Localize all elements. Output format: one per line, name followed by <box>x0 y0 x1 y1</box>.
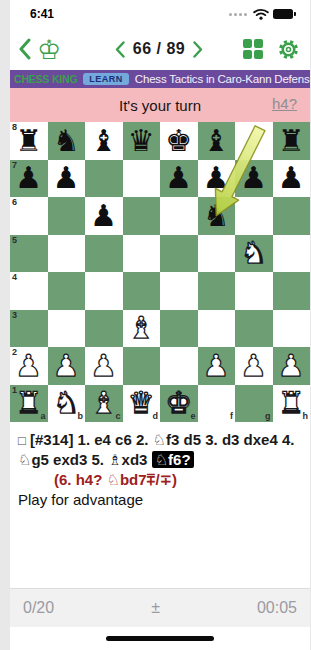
back-button[interactable] <box>18 38 31 60</box>
piece-white-bishop: ♝ <box>123 310 161 348</box>
score-progress: 0/20 <box>23 599 54 617</box>
square-e7[interactable]: ♟ <box>160 160 198 198</box>
square-a8[interactable]: 8♜ <box>10 122 48 160</box>
square-c5[interactable] <box>85 235 123 273</box>
square-d5[interactable] <box>123 235 161 273</box>
piece-white-king: ♚ <box>160 385 198 423</box>
square-f7[interactable]: ♟ <box>198 160 236 198</box>
piece-black-pawn: ♟ <box>198 160 236 198</box>
piece-white-queen: ♛ <box>123 385 161 423</box>
piece-black-pawn: ♟ <box>235 160 273 198</box>
piece-black-rook: ♜ <box>10 122 48 160</box>
previous-puzzle-button[interactable] <box>115 41 125 58</box>
square-f5[interactable] <box>198 235 236 273</box>
square-h1[interactable]: h♜ <box>273 385 311 423</box>
square-a1[interactable]: 1a♜ <box>10 385 48 423</box>
square-g7[interactable]: ♟ <box>235 160 273 198</box>
white-to-move-indicator: □ <box>18 433 26 448</box>
square-h7[interactable]: ♟ <box>273 160 311 198</box>
square-b7[interactable]: ♟ <box>48 160 86 198</box>
square-f8[interactable]: ♝ <box>198 122 236 160</box>
square-f3[interactable] <box>198 310 236 348</box>
gear-icon <box>277 38 300 61</box>
notation-panel: □ [#314] 1. e4 c6 2. ♘f3 d5 3. d3 dxe4 4… <box>10 422 310 509</box>
square-d6[interactable] <box>123 197 161 235</box>
brand-name: CHESS KING <box>14 73 77 85</box>
square-e8[interactable]: ♚ <box>160 122 198 160</box>
home-indicator-area <box>10 627 310 650</box>
square-h2[interactable]: ♟ <box>273 347 311 385</box>
square-a7[interactable]: 7♟ <box>10 160 48 198</box>
evaluation-symbol: ± <box>151 599 160 617</box>
piece-black-queen: ♛ <box>123 122 161 160</box>
square-a3[interactable]: 3 <box>10 310 48 348</box>
square-b6[interactable] <box>48 197 86 235</box>
square-c3[interactable] <box>85 310 123 348</box>
cellular-signal-icon <box>229 13 247 16</box>
square-a6[interactable]: 6 <box>10 197 48 235</box>
battery-icon <box>273 9 296 19</box>
square-d8[interactable]: ♛ <box>123 122 161 160</box>
file-label: g <box>265 412 271 421</box>
piece-black-bishop: ♝ <box>85 122 123 160</box>
rank-label: 5 <box>12 236 17 245</box>
piece-black-rook: ♜ <box>273 122 311 160</box>
chevron-left-icon <box>18 38 31 60</box>
square-b4[interactable] <box>48 272 86 310</box>
home-indicator[interactable] <box>106 636 214 641</box>
piece-white-knight: ♞ <box>48 385 86 423</box>
square-b2[interactable]: ♟ <box>48 347 86 385</box>
square-g8[interactable] <box>235 122 273 160</box>
square-e5[interactable] <box>160 235 198 273</box>
bottom-toolbar: 0/20 ± 00:05 <box>10 588 310 627</box>
square-e6[interactable] <box>160 197 198 235</box>
square-a2[interactable]: 2♟ <box>10 347 48 385</box>
learn-badge: LEARN <box>83 73 129 85</box>
piece-white-knight: ♞ <box>235 235 273 273</box>
piece-black-knight: ♞ <box>48 122 86 160</box>
piece-white-bishop: ♝ <box>85 385 123 423</box>
elapsed-timer: 00:05 <box>257 599 297 617</box>
variation-line: (6. h4? ♘bd7⩱/∓) <box>54 470 302 489</box>
square-b3[interactable] <box>48 310 86 348</box>
square-f1[interactable]: f <box>198 385 236 423</box>
square-g3[interactable] <box>235 310 273 348</box>
square-c7[interactable] <box>85 160 123 198</box>
square-g1[interactable]: g <box>235 385 273 423</box>
turn-prompt-bar: It's your turn h4? <box>10 88 310 122</box>
square-e3[interactable] <box>160 310 198 348</box>
square-b1[interactable]: b♞ <box>48 385 86 423</box>
square-e1[interactable]: e♚ <box>160 385 198 423</box>
square-h5[interactable] <box>273 235 311 273</box>
piece-black-knight: ♞ <box>198 197 236 235</box>
chevron-left-icon <box>115 41 125 58</box>
piece-black-pawn: ♟ <box>160 160 198 198</box>
piece-white-rook: ♜ <box>273 385 311 423</box>
square-c1[interactable]: c♝ <box>85 385 123 423</box>
square-f4[interactable] <box>198 272 236 310</box>
rank-label: 6 <box>12 198 17 207</box>
wifi-icon <box>253 8 269 20</box>
square-e2[interactable] <box>160 347 198 385</box>
turn-prompt-text: It's your turn <box>119 97 201 114</box>
move-list: □ [#314] 1. e4 c6 2. ♘f3 d5 3. d3 dxe4 4… <box>18 430 302 469</box>
puzzle-counter: 66 / 89 <box>133 40 185 58</box>
square-e4[interactable] <box>160 272 198 310</box>
piece-black-pawn: ♟ <box>273 160 311 198</box>
square-h3[interactable] <box>273 310 311 348</box>
grid-icon <box>243 39 264 60</box>
task-instruction: Play for advantage <box>18 490 302 509</box>
piece-white-rook: ♜ <box>10 385 48 423</box>
file-label: f <box>230 412 233 421</box>
square-b5[interactable] <box>48 235 86 273</box>
chevron-right-icon <box>193 41 203 58</box>
clock-time: 6:41 <box>30 7 54 21</box>
piece-white-pawn: ♟ <box>10 347 48 385</box>
square-d2[interactable] <box>123 347 161 385</box>
settings-button[interactable] <box>277 38 300 61</box>
status-bar: 6:41 <box>10 0 310 28</box>
piece-white-pawn: ♟ <box>273 347 311 385</box>
square-h6[interactable] <box>273 197 311 235</box>
square-h4[interactable] <box>273 272 311 310</box>
piece-black-bishop: ♝ <box>198 122 236 160</box>
puzzle-list-button[interactable] <box>243 39 264 60</box>
square-d1[interactable]: d♛ <box>123 385 161 423</box>
piece-black-pawn: ♟ <box>10 160 48 198</box>
square-d4[interactable] <box>123 272 161 310</box>
hint-move-link[interactable]: h4? <box>272 95 297 112</box>
square-f6[interactable]: ♞ <box>198 197 236 235</box>
square-f2[interactable]: ♟ <box>198 347 236 385</box>
piece-white-pawn: ♟ <box>85 347 123 385</box>
puzzle-id: [#314] <box>30 431 73 448</box>
piece-white-pawn: ♟ <box>235 347 273 385</box>
next-puzzle-button[interactable] <box>193 41 203 58</box>
square-a4[interactable]: 4 <box>10 272 48 310</box>
piece-black-pawn: ♟ <box>85 197 123 235</box>
chess-board: 8♜♞♝♛♚♝♜7♟♟♟♟♟♟6♟♞5♞43♝2♟♟♟♟♟♟1a♜b♞c♝d♛e… <box>10 122 310 422</box>
square-g5[interactable]: ♞ <box>235 235 273 273</box>
navigation-bar: ♔ 66 / 89 <box>10 28 310 70</box>
square-d3[interactable]: ♝ <box>123 310 161 348</box>
chess-king-logo-icon: ♔ <box>37 36 61 63</box>
piece-black-king: ♚ <box>160 122 198 160</box>
app-screen: 6:41 ♔ 66 / <box>10 0 310 650</box>
brand-banner: CHESS KING LEARN Chess Tactics in Caro-K… <box>10 70 310 88</box>
square-a5[interactable]: 5 <box>10 235 48 273</box>
square-g4[interactable] <box>235 272 273 310</box>
piece-white-pawn: ♟ <box>48 347 86 385</box>
piece-white-pawn: ♟ <box>198 347 236 385</box>
course-title: Chess Tactics in Caro-Kann Defense <box>135 73 310 85</box>
current-move-highlight[interactable]: ♘f6? <box>152 451 194 468</box>
square-c6[interactable]: ♟ <box>85 197 123 235</box>
square-g2[interactable]: ♟ <box>235 347 273 385</box>
rank-label: 3 <box>12 311 17 320</box>
status-icons <box>229 8 296 20</box>
square-g6[interactable] <box>235 197 273 235</box>
square-b8[interactable]: ♞ <box>48 122 86 160</box>
square-c2[interactable]: ♟ <box>85 347 123 385</box>
square-c8[interactable]: ♝ <box>85 122 123 160</box>
piece-black-pawn: ♟ <box>48 160 86 198</box>
square-h8[interactable]: ♜ <box>273 122 311 160</box>
square-c4[interactable] <box>85 272 123 310</box>
square-d7[interactable] <box>123 160 161 198</box>
rank-label: 4 <box>12 273 17 282</box>
